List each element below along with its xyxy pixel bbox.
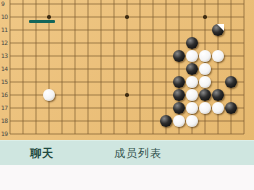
tab-chat[interactable]: 聊天 <box>30 146 54 161</box>
black-stone <box>186 37 198 49</box>
white-stone <box>186 50 198 62</box>
star-point <box>125 93 129 97</box>
tab-member-list[interactable]: 成员列表 <box>114 146 162 161</box>
black-stone <box>212 89 224 101</box>
row-label: 18 <box>1 117 9 125</box>
row-label: 12 <box>1 39 9 47</box>
row-label: 15 <box>1 78 9 86</box>
black-stone <box>173 50 185 62</box>
white-stone <box>186 115 198 127</box>
white-stone <box>43 89 55 101</box>
white-stone <box>199 50 211 62</box>
black-stone <box>160 115 172 127</box>
row-label: 10 <box>1 13 9 21</box>
black-stone <box>173 89 185 101</box>
row-label: 13 <box>1 52 9 60</box>
black-stone <box>225 76 237 88</box>
white-stone <box>212 50 224 62</box>
star-point <box>47 15 51 19</box>
black-stone <box>173 76 185 88</box>
row-label: 11 <box>1 26 9 34</box>
row-label: 16 <box>1 91 9 99</box>
white-stone <box>199 63 211 75</box>
white-stone <box>186 89 198 101</box>
black-stone <box>212 24 224 36</box>
row-label: 9 <box>1 0 9 8</box>
white-stone <box>173 115 185 127</box>
white-stone <box>186 102 198 114</box>
black-stone <box>199 89 211 101</box>
row-label: 14 <box>1 65 9 73</box>
bottom-tab-bar: 聊天 成员列表 <box>0 140 254 165</box>
star-point <box>203 15 207 19</box>
row-label: 17 <box>1 104 9 112</box>
black-stone <box>186 63 198 75</box>
last-move-marker-icon <box>216 24 224 32</box>
black-stone <box>173 102 185 114</box>
white-stone <box>199 76 211 88</box>
row-label: 19 <box>1 130 9 138</box>
white-stone <box>212 102 224 114</box>
white-stone <box>186 76 198 88</box>
black-stone <box>225 102 237 114</box>
white-stone <box>199 102 211 114</box>
star-point <box>125 15 129 19</box>
go-app-screen: 910111213141516171819 聊天 成员列表 <box>0 0 254 190</box>
chat-content-area <box>0 165 254 190</box>
active-tab-indicator <box>29 20 55 23</box>
